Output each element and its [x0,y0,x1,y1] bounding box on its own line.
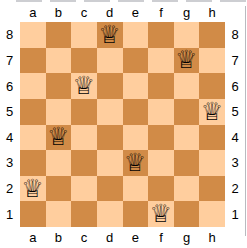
white-queen-icon: ♕ [123,150,149,176]
square-e8[interactable] [123,22,149,48]
rank-labels-left: 87654321 [0,22,19,227]
square-c4[interactable] [71,125,97,151]
square-c5[interactable] [71,99,97,125]
file-labels-bottom: abcdefgh [20,228,225,246]
white-queen-icon: ♕ [46,125,72,151]
rank-label-2: 2 [0,176,19,202]
file-label-f: f [148,228,174,246]
rank-label-7: 7 [227,48,243,74]
file-label-d: d [97,3,123,21]
square-b8[interactable] [46,22,72,48]
rank-label-1: 1 [227,201,243,227]
rank-labels-right: 87654321 [227,22,243,227]
top-crop-artifact [16,0,247,2]
square-e2[interactable] [123,176,149,202]
square-d7[interactable] [97,48,123,74]
file-label-e: e [123,3,149,21]
square-e5[interactable] [123,99,149,125]
rank-label-3: 3 [0,150,19,176]
file-label-d: d [97,228,123,246]
square-a6[interactable] [20,73,46,99]
square-a7[interactable] [20,48,46,74]
rank-label-5: 5 [0,99,19,125]
square-g2[interactable] [174,176,200,202]
square-b2[interactable] [46,176,72,202]
square-e3[interactable]: ♕ [123,150,149,176]
square-f4[interactable] [148,125,174,151]
square-c6[interactable]: ♕ [71,73,97,99]
square-h3[interactable] [199,150,225,176]
square-b6[interactable] [46,73,72,99]
square-c1[interactable] [71,201,97,227]
rank-label-2: 2 [227,176,243,202]
square-e7[interactable] [123,48,149,74]
file-label-g: g [174,3,200,21]
square-f7[interactable] [148,48,174,74]
file-label-c: c [71,228,97,246]
rank-label-7: 7 [0,48,19,74]
file-label-b: b [46,228,72,246]
square-h6[interactable] [199,73,225,99]
square-a4[interactable] [20,125,46,151]
file-labels-top: abcdefgh [20,3,225,21]
square-f1[interactable]: ♕ [148,201,174,227]
square-g1[interactable] [174,201,200,227]
file-label-e: e [123,228,149,246]
file-label-h: h [199,3,225,21]
square-g4[interactable] [174,125,200,151]
chess-board: ♕♕♕♕♕♕♕♕ [20,22,225,227]
file-label-h: h [199,228,225,246]
rank-label-5: 5 [227,99,243,125]
file-label-g: g [174,228,200,246]
square-f6[interactable] [148,73,174,99]
square-g7[interactable]: ♕ [174,48,200,74]
square-a1[interactable] [20,201,46,227]
right-border-artifact [245,6,246,236]
square-g5[interactable] [174,99,200,125]
square-d3[interactable] [97,150,123,176]
square-b1[interactable] [46,201,72,227]
square-g6[interactable] [174,73,200,99]
square-c7[interactable] [71,48,97,74]
square-b5[interactable] [46,99,72,125]
square-c3[interactable] [71,150,97,176]
square-a3[interactable] [20,150,46,176]
white-queen-icon: ♕ [71,73,97,99]
rank-label-4: 4 [227,125,243,151]
rank-label-8: 8 [227,22,243,48]
square-h1[interactable] [199,201,225,227]
square-a2[interactable]: ♕ [20,176,46,202]
square-a5[interactable] [20,99,46,125]
rank-label-1: 1 [0,201,19,227]
square-h2[interactable] [199,176,225,202]
square-d6[interactable] [97,73,123,99]
white-queen-icon: ♕ [20,176,46,202]
rank-label-8: 8 [0,22,19,48]
square-f5[interactable] [148,99,174,125]
rank-label-3: 3 [227,150,243,176]
square-d8[interactable]: ♕ [97,22,123,48]
square-h8[interactable] [199,22,225,48]
square-d5[interactable] [97,99,123,125]
rank-label-6: 6 [0,73,19,99]
white-queen-icon: ♕ [97,22,123,48]
file-label-a: a [20,3,46,21]
square-d1[interactable] [97,201,123,227]
square-f3[interactable] [148,150,174,176]
square-f8[interactable] [148,22,174,48]
rank-label-6: 6 [227,73,243,99]
square-h4[interactable] [199,125,225,151]
square-e4[interactable] [123,125,149,151]
square-c2[interactable] [71,176,97,202]
white-queen-icon: ♕ [148,201,174,227]
square-d2[interactable] [97,176,123,202]
square-h5[interactable]: ♕ [199,99,225,125]
square-g8[interactable] [174,22,200,48]
file-label-b: b [46,3,72,21]
square-b4[interactable]: ♕ [46,125,72,151]
white-queen-icon: ♕ [199,99,225,125]
file-label-c: c [71,3,97,21]
square-f2[interactable] [148,176,174,202]
square-a8[interactable] [20,22,46,48]
square-b7[interactable] [46,48,72,74]
square-h7[interactable] [199,48,225,74]
square-b3[interactable] [46,150,72,176]
square-e6[interactable] [123,73,149,99]
square-d4[interactable] [97,125,123,151]
rank-label-4: 4 [0,125,19,151]
file-label-f: f [148,3,174,21]
square-c8[interactable] [71,22,97,48]
chess-diagram: abcdefgh 87654321 ♕♕♕♕♕♕♕♕ 87654321 abcd… [0,0,247,248]
file-label-a: a [20,228,46,246]
square-g3[interactable] [174,150,200,176]
square-e1[interactable] [123,201,149,227]
white-queen-icon: ♕ [174,48,200,74]
